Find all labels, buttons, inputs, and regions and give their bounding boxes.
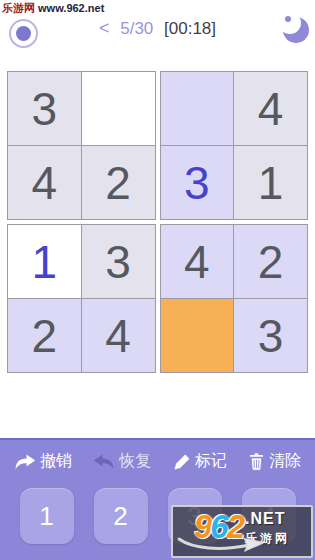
board-block-bottom-right: 4 2 3	[160, 224, 309, 373]
action-row: 撤销 恢复 标记 清除	[0, 440, 315, 472]
board-cell-r4c2[interactable]: 4	[82, 299, 155, 372]
night-mode-moon-icon[interactable]	[280, 10, 310, 46]
board-cell-r1c1[interactable]: 3	[8, 72, 81, 145]
puzzle-progress: 5/30	[120, 19, 153, 38]
logo-swoosh-arrow-icon	[177, 537, 263, 553]
numkey-2[interactable]: 2	[94, 488, 148, 544]
board-cell-r1c4[interactable]: 4	[234, 72, 307, 145]
undo-button[interactable]: 撤销	[14, 451, 72, 472]
header: < 5/30 [00:18]	[0, 10, 315, 60]
mark-label: 标记	[195, 451, 227, 472]
board-cell-r4c1[interactable]: 2	[8, 299, 81, 372]
board-cell-r3c3[interactable]: 4	[161, 225, 234, 298]
numkey-1[interactable]: 1	[20, 488, 74, 544]
pencil-icon	[173, 453, 191, 471]
board-cell-r3c1[interactable]: 1	[8, 225, 81, 298]
board-cell-r2c3[interactable]: 3	[161, 146, 234, 219]
sudoku-board: 3 4 2 4 3 1 1 3 2 4 4 2 3	[7, 71, 308, 373]
mark-button[interactable]: 标记	[173, 451, 227, 472]
board-cell-r3c4[interactable]: 2	[234, 225, 307, 298]
trash-icon	[248, 453, 265, 471]
clear-label: 清除	[269, 451, 301, 472]
board-cell-r2c2[interactable]: 2	[82, 146, 155, 219]
board-cell-r2c1[interactable]: 4	[8, 146, 81, 219]
clear-button[interactable]: 清除	[248, 451, 301, 472]
redo-arrow-icon	[93, 453, 115, 471]
board-cell-r2c4[interactable]: 1	[234, 146, 307, 219]
redo-label: 恢复	[119, 451, 151, 472]
board-block-top-right: 4 3 1	[160, 71, 309, 220]
board-cell-r1c2[interactable]	[82, 72, 155, 145]
timer: [00:18]	[164, 19, 216, 38]
board-cell-r1c3[interactable]	[161, 72, 234, 145]
962net-logo-watermark: 962 .NET 乐游网	[171, 505, 313, 558]
board-cell-r4c3[interactable]	[161, 299, 234, 372]
header-status: < 5/30 [00:18]	[0, 18, 315, 39]
back-chevron-icon[interactable]: <	[99, 18, 110, 38]
redo-button[interactable]: 恢复	[93, 451, 151, 472]
logo-net-text: .NET	[245, 510, 285, 528]
board-block-top-left: 3 4 2	[7, 71, 156, 220]
undo-arrow-icon	[14, 453, 36, 471]
board-cell-r3c2[interactable]: 3	[82, 225, 155, 298]
undo-label: 撤销	[40, 451, 72, 472]
board-cell-r4c4[interactable]: 3	[234, 299, 307, 372]
board-block-bottom-left: 1 3 2 4	[7, 224, 156, 373]
